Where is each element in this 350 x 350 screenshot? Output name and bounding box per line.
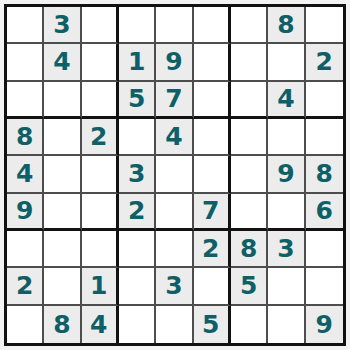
- cell-r2c9[interactable]: 2: [306, 44, 343, 81]
- cell-r6c7[interactable]: [231, 194, 268, 231]
- cell-r9c4[interactable]: [119, 306, 156, 343]
- cell-r4c5[interactable]: 4: [156, 119, 193, 156]
- cell-r8c8[interactable]: [268, 268, 305, 305]
- cell-r2c6[interactable]: [194, 44, 231, 81]
- cell-r2c4[interactable]: 1: [119, 44, 156, 81]
- cell-r6c5[interactable]: [156, 194, 193, 231]
- cell-r6c6[interactable]: 7: [194, 194, 231, 231]
- cell-r9c5[interactable]: [156, 306, 193, 343]
- page: 3841925748244398927628321358459: [0, 0, 350, 350]
- cell-r7c9[interactable]: [306, 231, 343, 268]
- cell-r2c3[interactable]: [82, 44, 119, 81]
- cell-r5c3[interactable]: [82, 156, 119, 193]
- cell-r1c8[interactable]: 8: [268, 7, 305, 44]
- cell-r1c6[interactable]: [194, 7, 231, 44]
- cell-r1c1[interactable]: [7, 7, 44, 44]
- cell-r8c2[interactable]: [44, 268, 81, 305]
- cell-r7c5[interactable]: [156, 231, 193, 268]
- cell-r5c1[interactable]: 4: [7, 156, 44, 193]
- cell-r4c2[interactable]: [44, 119, 81, 156]
- cell-r3c3[interactable]: [82, 82, 119, 119]
- cell-r7c3[interactable]: [82, 231, 119, 268]
- cell-r1c5[interactable]: [156, 7, 193, 44]
- cell-r5c8[interactable]: 9: [268, 156, 305, 193]
- cell-r8c1[interactable]: 2: [7, 268, 44, 305]
- cell-r4c4[interactable]: [119, 119, 156, 156]
- cell-r1c4[interactable]: [119, 7, 156, 44]
- cell-r7c2[interactable]: [44, 231, 81, 268]
- cell-r2c2[interactable]: 4: [44, 44, 81, 81]
- cell-r9c1[interactable]: [7, 306, 44, 343]
- cell-r2c1[interactable]: [7, 44, 44, 81]
- cell-r1c2[interactable]: 3: [44, 7, 81, 44]
- cell-r4c7[interactable]: [231, 119, 268, 156]
- cell-r6c1[interactable]: 9: [7, 194, 44, 231]
- cell-r3c1[interactable]: [7, 82, 44, 119]
- cell-r9c3[interactable]: 4: [82, 306, 119, 343]
- cell-r3c8[interactable]: 4: [268, 82, 305, 119]
- cell-r3c9[interactable]: [306, 82, 343, 119]
- cell-r3c7[interactable]: [231, 82, 268, 119]
- cell-r9c2[interactable]: 8: [44, 306, 81, 343]
- cell-r9c6[interactable]: 5: [194, 306, 231, 343]
- cell-r5c7[interactable]: [231, 156, 268, 193]
- cell-r2c8[interactable]: [268, 44, 305, 81]
- cell-r5c5[interactable]: [156, 156, 193, 193]
- cell-r4c6[interactable]: [194, 119, 231, 156]
- cell-r9c7[interactable]: [231, 306, 268, 343]
- cell-r5c2[interactable]: [44, 156, 81, 193]
- cell-r4c3[interactable]: 2: [82, 119, 119, 156]
- cell-r4c8[interactable]: [268, 119, 305, 156]
- cell-r8c9[interactable]: [306, 268, 343, 305]
- cell-r5c4[interactable]: 3: [119, 156, 156, 193]
- cell-r8c3[interactable]: 1: [82, 268, 119, 305]
- cell-r6c8[interactable]: [268, 194, 305, 231]
- cell-r1c7[interactable]: [231, 7, 268, 44]
- cell-r8c4[interactable]: [119, 268, 156, 305]
- cell-r3c4[interactable]: 5: [119, 82, 156, 119]
- cell-r1c3[interactable]: [82, 7, 119, 44]
- cell-r5c9[interactable]: 8: [306, 156, 343, 193]
- cell-r4c9[interactable]: [306, 119, 343, 156]
- cell-r7c1[interactable]: [7, 231, 44, 268]
- cell-r3c5[interactable]: 7: [156, 82, 193, 119]
- cell-r6c3[interactable]: [82, 194, 119, 231]
- cell-r8c6[interactable]: [194, 268, 231, 305]
- sudoku-board: 3841925748244398927628321358459: [4, 4, 346, 346]
- cell-r6c4[interactable]: 2: [119, 194, 156, 231]
- cell-r3c2[interactable]: [44, 82, 81, 119]
- cell-r4c1[interactable]: 8: [7, 119, 44, 156]
- cell-r7c8[interactable]: 3: [268, 231, 305, 268]
- cell-r3c6[interactable]: [194, 82, 231, 119]
- cell-r8c5[interactable]: 3: [156, 268, 193, 305]
- cell-r7c4[interactable]: [119, 231, 156, 268]
- cell-r8c7[interactable]: 5: [231, 268, 268, 305]
- cell-r6c2[interactable]: [44, 194, 81, 231]
- cell-r1c9[interactable]: [306, 7, 343, 44]
- cell-r9c8[interactable]: [268, 306, 305, 343]
- cell-r5c6[interactable]: [194, 156, 231, 193]
- cell-r7c7[interactable]: 8: [231, 231, 268, 268]
- cell-r2c5[interactable]: 9: [156, 44, 193, 81]
- cell-r2c7[interactable]: [231, 44, 268, 81]
- cell-r9c9[interactable]: 9: [306, 306, 343, 343]
- cell-r7c6[interactable]: 2: [194, 231, 231, 268]
- cell-r6c9[interactable]: 6: [306, 194, 343, 231]
